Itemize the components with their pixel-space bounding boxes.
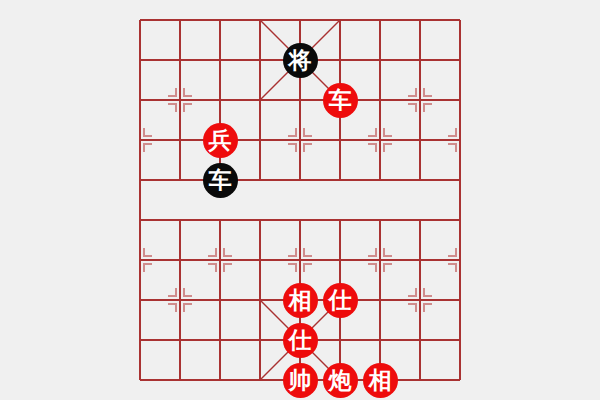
board-point: 仕 xyxy=(320,280,360,320)
piece-red-advisor[interactable]: 仕 xyxy=(323,283,358,318)
piece-black-rook[interactable]: 车 xyxy=(203,163,238,198)
board-point: 炮 xyxy=(320,360,360,400)
piece-red-advisor[interactable]: 仕 xyxy=(283,323,318,358)
xiangqi-app: 将车兵车相仕仕帅炮相 xyxy=(0,0,600,400)
board-point: 车 xyxy=(200,160,240,200)
piece-red-cannon[interactable]: 炮 xyxy=(323,363,358,398)
piece-red-rook[interactable]: 车 xyxy=(323,83,358,118)
board-point: 相 xyxy=(360,360,400,400)
xiangqi-board[interactable]: 将车兵车相仕仕帅炮相 xyxy=(120,0,480,400)
piece-red-soldier[interactable]: 兵 xyxy=(203,123,238,158)
board-point: 仕 xyxy=(280,320,320,360)
piece-red-elephant[interactable]: 相 xyxy=(363,363,398,398)
board-point: 车 xyxy=(320,80,360,120)
piece-red-elephant[interactable]: 相 xyxy=(283,283,318,318)
board-point: 将 xyxy=(280,40,320,80)
piece-red-general[interactable]: 帅 xyxy=(283,363,318,398)
board-point: 兵 xyxy=(200,120,240,160)
board-point: 帅 xyxy=(280,360,320,400)
board-point: 相 xyxy=(280,280,320,320)
piece-black-general[interactable]: 将 xyxy=(283,43,318,78)
